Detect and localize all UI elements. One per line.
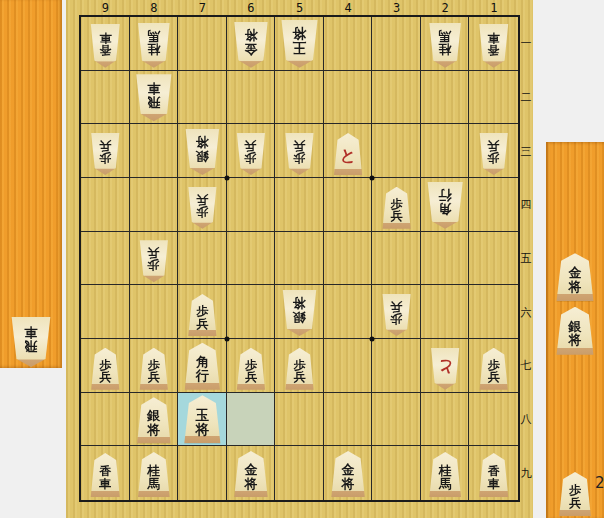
square-4-5[interactable] bbox=[324, 232, 373, 286]
piece-kanji: 歩兵 bbox=[99, 359, 112, 384]
piece-kanji: 歩兵 bbox=[293, 139, 306, 164]
star-point bbox=[225, 337, 230, 342]
piece-kanji: 銀将 bbox=[568, 320, 582, 347]
square-6-8[interactable] bbox=[227, 393, 276, 447]
square-3-3[interactable] bbox=[372, 124, 421, 178]
piece-kanji: 桂馬 bbox=[147, 464, 161, 490]
square-4-2[interactable] bbox=[324, 71, 373, 125]
piece-kanji: 歩兵 bbox=[196, 193, 209, 218]
square-5-8[interactable] bbox=[275, 393, 324, 447]
piece-kanji: 金将 bbox=[568, 266, 582, 293]
square-6-6[interactable] bbox=[227, 285, 276, 339]
rank-label-7: 七 bbox=[519, 339, 533, 393]
square-3-8[interactable] bbox=[372, 393, 421, 447]
rank-labels: 一二三四五六七八九 bbox=[519, 17, 533, 500]
rank-label-6: 六 bbox=[519, 285, 533, 339]
piece-kanji: 歩兵 bbox=[293, 359, 306, 384]
piece-kanji: 銀将 bbox=[147, 409, 161, 436]
file-label-1: 1 bbox=[470, 1, 519, 15]
file-label-6: 6 bbox=[227, 1, 276, 15]
file-label-8: 8 bbox=[130, 1, 179, 15]
file-label-7: 7 bbox=[178, 1, 227, 15]
star-point bbox=[370, 176, 375, 181]
piece-kanji: 金将 bbox=[341, 463, 355, 490]
rank-label-9: 九 bbox=[519, 446, 533, 500]
square-4-1[interactable] bbox=[324, 17, 373, 71]
piece-kanji: 玉将 bbox=[195, 408, 210, 436]
piece-kanji: 歩兵 bbox=[196, 305, 209, 330]
rank-label-4: 四 bbox=[519, 178, 533, 232]
rank-label-5: 五 bbox=[519, 232, 533, 286]
square-5-5[interactable] bbox=[275, 232, 324, 286]
piece-kanji: 飛車 bbox=[147, 82, 161, 109]
square-3-1[interactable] bbox=[372, 17, 421, 71]
piece-kanji: 香車 bbox=[99, 465, 112, 490]
square-8-3[interactable] bbox=[130, 124, 179, 178]
piece-kanji: 歩兵 bbox=[147, 246, 160, 271]
square-2-6[interactable] bbox=[421, 285, 470, 339]
piece-kanji: 金将 bbox=[244, 29, 258, 56]
piece-kanji: 歩兵 bbox=[487, 139, 500, 164]
square-1-2[interactable] bbox=[469, 71, 518, 125]
square-3-2[interactable] bbox=[372, 71, 421, 125]
gote-hand-tray bbox=[0, 0, 62, 368]
square-3-9[interactable] bbox=[372, 446, 421, 500]
piece-kanji: 歩兵 bbox=[569, 484, 582, 509]
piece-kanji: 歩兵 bbox=[244, 139, 257, 164]
file-label-2: 2 bbox=[421, 1, 470, 15]
square-8-4[interactable] bbox=[130, 178, 179, 232]
square-6-2[interactable] bbox=[227, 71, 276, 125]
square-5-4[interactable] bbox=[275, 178, 324, 232]
piece-kanji: 香車 bbox=[487, 31, 500, 56]
square-3-5[interactable] bbox=[372, 232, 421, 286]
piece-kanji: 銀将 bbox=[292, 297, 306, 324]
piece-kanji: と bbox=[339, 148, 356, 165]
square-7-9[interactable] bbox=[178, 446, 227, 500]
rank-label-3: 三 bbox=[519, 124, 533, 178]
shogi-app: { "game": "shogi", "position": { "sfen":… bbox=[0, 0, 604, 518]
square-9-8[interactable] bbox=[81, 393, 130, 447]
piece-kanji: 歩兵 bbox=[99, 139, 112, 164]
piece-kanji: 歩兵 bbox=[147, 359, 160, 384]
square-1-5[interactable] bbox=[469, 232, 518, 286]
square-9-5[interactable] bbox=[81, 232, 130, 286]
piece-kanji: 香車 bbox=[99, 31, 112, 56]
piece-kanji: 角行 bbox=[438, 189, 452, 216]
piece-kanji: 歩兵 bbox=[487, 359, 500, 384]
piece-kanji: 銀将 bbox=[195, 136, 209, 163]
piece-kanji: 歩兵 bbox=[390, 300, 403, 325]
square-9-2[interactable] bbox=[81, 71, 130, 125]
file-labels: 987654321 bbox=[81, 1, 518, 15]
square-9-6[interactable] bbox=[81, 285, 130, 339]
rank-label-2: 二 bbox=[519, 71, 533, 125]
square-7-5[interactable] bbox=[178, 232, 227, 286]
square-8-6[interactable] bbox=[130, 285, 179, 339]
square-1-4[interactable] bbox=[469, 178, 518, 232]
square-9-4[interactable] bbox=[81, 178, 130, 232]
square-4-4[interactable] bbox=[324, 178, 373, 232]
star-point bbox=[370, 337, 375, 342]
piece-kanji: 角行 bbox=[195, 355, 209, 382]
hand-piece-count: 2 bbox=[595, 474, 604, 492]
square-5-9[interactable] bbox=[275, 446, 324, 500]
square-6-5[interactable] bbox=[227, 232, 276, 286]
piece-kanji: 桂馬 bbox=[438, 464, 452, 490]
square-2-2[interactable] bbox=[421, 71, 470, 125]
file-label-3: 3 bbox=[372, 1, 421, 15]
piece-kanji: と bbox=[437, 358, 454, 375]
square-4-7[interactable] bbox=[324, 339, 373, 393]
file-label-5: 5 bbox=[275, 1, 324, 15]
rank-label-1: 一 bbox=[519, 17, 533, 71]
file-label-9: 9 bbox=[81, 1, 130, 15]
piece-kanji: 金将 bbox=[244, 463, 258, 490]
piece-kanji: 飛車 bbox=[24, 326, 38, 353]
square-7-1[interactable] bbox=[178, 17, 227, 71]
rank-label-8: 八 bbox=[519, 393, 533, 447]
piece-kanji: 桂馬 bbox=[147, 30, 161, 56]
square-2-5[interactable] bbox=[421, 232, 470, 286]
file-label-4: 4 bbox=[324, 1, 373, 15]
piece-kanji: 歩兵 bbox=[244, 359, 257, 384]
square-4-8[interactable] bbox=[324, 393, 373, 447]
square-1-6[interactable] bbox=[469, 285, 518, 339]
piece-kanji: 王将 bbox=[292, 27, 307, 55]
square-1-8[interactable] bbox=[469, 393, 518, 447]
piece-kanji: 香車 bbox=[487, 465, 500, 490]
square-2-8[interactable] bbox=[421, 393, 470, 447]
square-6-4[interactable] bbox=[227, 178, 276, 232]
square-2-3[interactable] bbox=[421, 124, 470, 178]
square-4-6[interactable] bbox=[324, 285, 373, 339]
star-point bbox=[225, 176, 230, 181]
square-5-2[interactable] bbox=[275, 71, 324, 125]
square-7-2[interactable] bbox=[178, 71, 227, 125]
square-3-7[interactable] bbox=[372, 339, 421, 393]
piece-kanji: 桂馬 bbox=[438, 30, 452, 56]
piece-kanji: 歩兵 bbox=[390, 198, 403, 223]
